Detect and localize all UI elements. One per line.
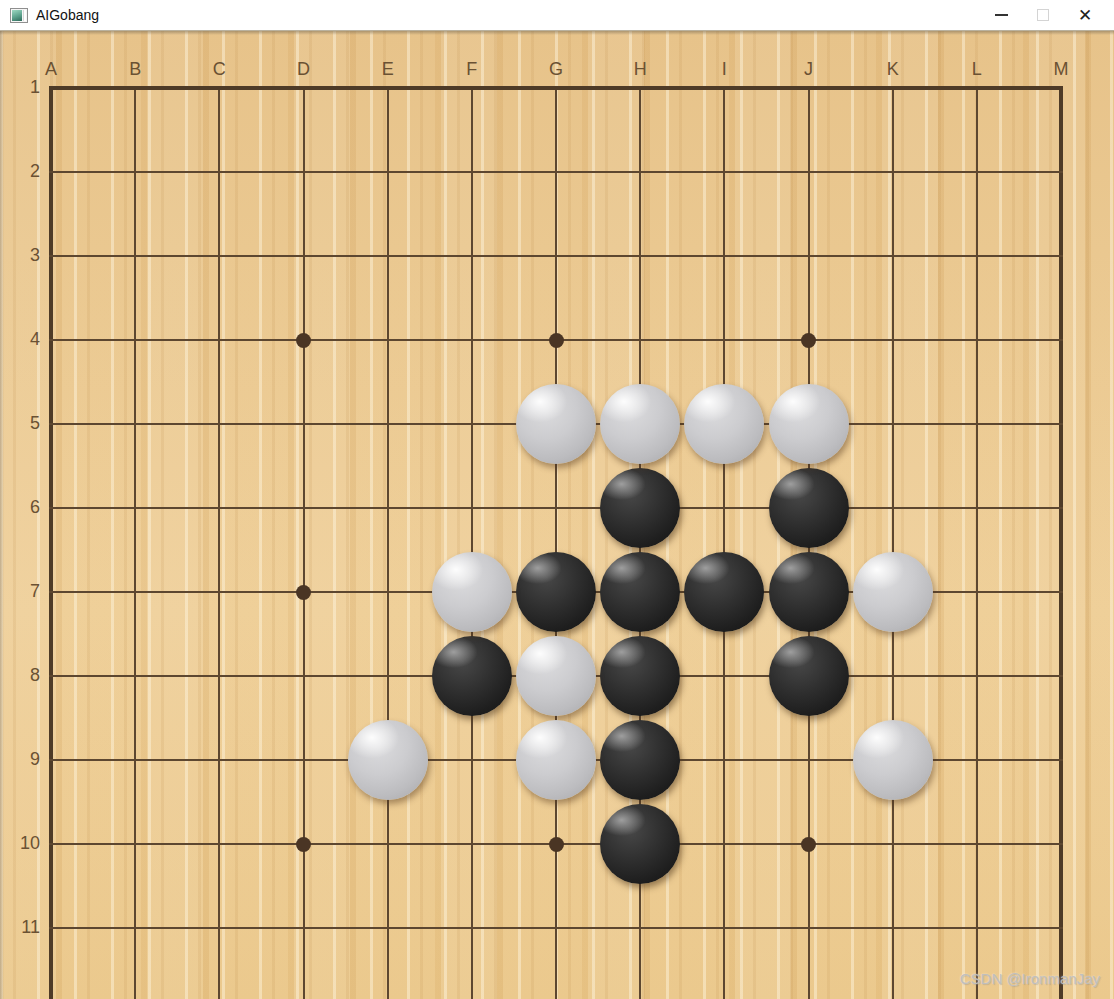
grid-hline-2 [49, 171, 1063, 173]
row-label-1: 1 [6, 77, 40, 98]
col-label-A: A [36, 59, 66, 80]
row-label-9: 9 [6, 749, 40, 770]
black-stone-H7 [600, 552, 680, 632]
row-label-8: 8 [6, 665, 40, 686]
col-label-F: F [457, 59, 487, 80]
gomoku-board[interactable]: CSDN @IronmanJay ABCDEFGHIJKLM1234567891… [0, 31, 1114, 999]
black-stone-J7 [769, 552, 849, 632]
col-label-G: G [541, 59, 571, 80]
grid-hline-11 [49, 927, 1063, 929]
maximize-button[interactable] [1022, 0, 1064, 30]
col-label-I: I [709, 59, 739, 80]
row-label-2: 2 [6, 161, 40, 182]
minimize-icon [995, 14, 1008, 16]
col-label-L: L [962, 59, 992, 80]
black-stone-F8 [432, 636, 512, 716]
black-stone-H10 [600, 804, 680, 884]
row-label-10: 10 [6, 833, 40, 854]
grid-vline-D [303, 86, 305, 999]
col-label-C: C [204, 59, 234, 80]
row-label-5: 5 [6, 413, 40, 434]
black-stone-G7 [516, 552, 596, 632]
watermark: CSDN @IronmanJay [960, 970, 1100, 987]
white-stone-F7 [432, 552, 512, 632]
col-label-B: B [120, 59, 150, 80]
grid-hline-3 [49, 255, 1063, 257]
row-label-6: 6 [6, 497, 40, 518]
white-stone-H5 [600, 384, 680, 464]
col-label-D: D [289, 59, 319, 80]
grid-vline-B [134, 86, 136, 999]
app-window: AIGobang ✕ CSDN @IronmanJay ABCDEFGHIJKL… [0, 0, 1114, 999]
grid-vline-G [555, 86, 557, 999]
white-stone-E9 [348, 720, 428, 800]
star-point-D4 [296, 333, 311, 348]
white-stone-G9 [516, 720, 596, 800]
row-label-11: 11 [6, 917, 40, 938]
grid-hline-6 [49, 507, 1063, 509]
grid-hline-1 [49, 86, 1063, 90]
white-stone-G8 [516, 636, 596, 716]
close-button[interactable]: ✕ [1064, 0, 1106, 30]
black-stone-J8 [769, 636, 849, 716]
star-point-D10 [296, 837, 311, 852]
col-label-E: E [373, 59, 403, 80]
star-point-J10 [801, 837, 816, 852]
maximize-icon [1037, 9, 1049, 21]
app-icon [10, 8, 28, 23]
white-stone-K9 [853, 720, 933, 800]
black-stone-H6 [600, 468, 680, 548]
app-icon-white-pane [23, 10, 26, 21]
star-point-G10 [549, 837, 564, 852]
black-stone-J6 [769, 468, 849, 548]
minimize-button[interactable] [980, 0, 1022, 30]
grid-vline-L [976, 86, 978, 999]
star-point-D7 [296, 585, 311, 600]
white-stone-J5 [769, 384, 849, 464]
grid-vline-A [49, 86, 53, 999]
grid-vline-F [471, 86, 473, 999]
grid-vline-K [892, 86, 894, 999]
white-stone-I5 [684, 384, 764, 464]
white-stone-K7 [853, 552, 933, 632]
star-point-G4 [549, 333, 564, 348]
grid-vline-E [387, 86, 389, 999]
col-label-M: M [1046, 59, 1076, 80]
title-bar: AIGobang ✕ [0, 0, 1114, 31]
black-stone-I7 [684, 552, 764, 632]
close-icon: ✕ [1078, 7, 1092, 24]
black-stone-H8 [600, 636, 680, 716]
grid-vline-M [1059, 86, 1063, 999]
app-icon-teal-pane [12, 10, 22, 21]
col-label-K: K [878, 59, 908, 80]
row-label-4: 4 [6, 329, 40, 350]
grid-vline-C [218, 86, 220, 999]
col-label-H: H [625, 59, 655, 80]
black-stone-H9 [600, 720, 680, 800]
window-controls: ✕ [980, 0, 1106, 30]
grid-vline-I [723, 86, 725, 999]
row-label-7: 7 [6, 581, 40, 602]
col-label-J: J [794, 59, 824, 80]
white-stone-G5 [516, 384, 596, 464]
row-label-3: 3 [6, 245, 40, 266]
star-point-J4 [801, 333, 816, 348]
window-title: AIGobang [36, 7, 99, 23]
